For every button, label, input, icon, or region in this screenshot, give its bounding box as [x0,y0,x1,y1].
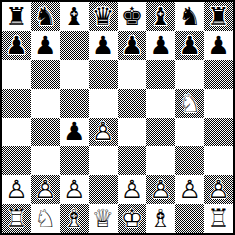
piece-black-rook: ♜ [5,4,27,29]
piece-glyph: ♚ [121,4,143,29]
square-g1[interactable] [175,204,204,233]
square-c1[interactable]: ♝♗ [60,204,89,233]
piece-glyph: ♔ [121,206,143,231]
square-a1[interactable]: ♜♖ [2,204,31,233]
piece-white-pawn: ♟♙ [207,177,229,202]
square-g7[interactable]: ♟ [175,31,204,60]
piece-glyph: ♖ [5,206,27,231]
square-e2[interactable]: ♟♙ [118,175,147,204]
square-a6[interactable] [2,60,31,89]
piece-black-bishop: ♝ [63,4,85,29]
square-h7[interactable]: ♟ [204,31,233,60]
square-d1[interactable]: ♛♕ [89,204,118,233]
piece-glyph: ♟ [207,33,229,58]
square-e1[interactable]: ♚♔ [118,204,147,233]
piece-white-king: ♚♔ [121,206,143,231]
square-a7[interactable]: ♟ [2,31,31,60]
chess-board: ♜♞♝♛♚♝♞♜♟♟♟♟♟♟♟♞♘♟♟♙♟♙♟♙♟♙♟♙♟♙♟♙♟♙♜♖♞♘♝♗… [2,2,233,233]
piece-white-knight: ♞♘ [178,91,200,116]
piece-glyph: ♟ [121,33,143,58]
square-g4[interactable] [175,118,204,147]
piece-glyph: ♘ [34,206,56,231]
square-e6[interactable] [118,60,147,89]
piece-white-pawn: ♟♙ [150,177,172,202]
piece-black-pawn: ♟ [121,33,143,58]
piece-black-queen: ♛ [92,4,114,29]
piece-white-pawn: ♟♙ [34,177,56,202]
piece-glyph: ♙ [63,177,85,202]
piece-white-knight: ♞♘ [34,206,56,231]
piece-glyph: ♙ [150,177,172,202]
piece-glyph: ♜ [207,4,229,29]
piece-white-rook: ♜♖ [5,206,27,231]
square-e4[interactable] [118,118,147,147]
piece-black-pawn: ♟ [92,33,114,58]
square-g6[interactable] [175,60,204,89]
piece-black-knight: ♞ [178,4,200,29]
square-a3[interactable] [2,146,31,175]
square-c3[interactable] [60,146,89,175]
piece-glyph: ♛ [92,4,114,29]
square-b7[interactable]: ♟ [31,31,60,60]
square-c2[interactable]: ♟♙ [60,175,89,204]
piece-glyph: ♞ [34,4,56,29]
square-d3[interactable] [89,146,118,175]
piece-glyph: ♟ [92,33,114,58]
square-a4[interactable] [2,118,31,147]
square-b4[interactable] [31,118,60,147]
square-g5[interactable]: ♞♘ [175,89,204,118]
chess-board-frame: ♜♞♝♛♚♝♞♜♟♟♟♟♟♟♟♞♘♟♟♙♟♙♟♙♟♙♟♙♟♙♟♙♟♙♜♖♞♘♝♗… [0,0,235,235]
square-d5[interactable] [89,89,118,118]
square-h3[interactable] [204,146,233,175]
square-h8[interactable]: ♜ [204,2,233,31]
piece-white-queen: ♛♕ [92,206,114,231]
square-h5[interactable] [204,89,233,118]
square-h2[interactable]: ♟♙ [204,175,233,204]
piece-glyph: ♞ [178,4,200,29]
piece-white-pawn: ♟♙ [178,177,200,202]
piece-glyph: ♙ [92,119,114,144]
piece-glyph: ♝ [150,4,172,29]
piece-white-pawn: ♟♙ [5,177,27,202]
square-c6[interactable] [60,60,89,89]
piece-black-pawn: ♟ [178,33,200,58]
piece-white-pawn: ♟♙ [121,177,143,202]
square-a8[interactable]: ♜ [2,2,31,31]
square-d4[interactable]: ♟♙ [89,118,118,147]
square-f8[interactable]: ♝ [146,2,175,31]
piece-glyph: ♟ [63,119,85,144]
piece-white-rook: ♜♖ [207,206,229,231]
piece-black-pawn: ♟ [150,33,172,58]
piece-black-bishop: ♝ [150,4,172,29]
piece-glyph: ♟ [34,33,56,58]
piece-glyph: ♗ [150,206,172,231]
square-f1[interactable]: ♝♗ [146,204,175,233]
piece-black-pawn: ♟ [34,33,56,58]
square-c8[interactable]: ♝ [60,2,89,31]
square-g2[interactable]: ♟♙ [175,175,204,204]
piece-glyph: ♘ [178,91,200,116]
piece-glyph: ♕ [92,206,114,231]
square-e7[interactable]: ♟ [118,31,147,60]
square-f3[interactable] [146,146,175,175]
piece-glyph: ♙ [207,177,229,202]
square-f4[interactable] [146,118,175,147]
square-a2[interactable]: ♟♙ [2,175,31,204]
square-b1[interactable]: ♞♘ [31,204,60,233]
piece-glyph: ♜ [5,4,27,29]
piece-black-pawn: ♟ [5,33,27,58]
piece-black-rook: ♜ [207,4,229,29]
square-e8[interactable]: ♚ [118,2,147,31]
piece-glyph: ♟ [5,33,27,58]
piece-white-bishop: ♝♗ [150,206,172,231]
piece-glyph: ♗ [63,206,85,231]
piece-glyph: ♟ [150,33,172,58]
square-b5[interactable] [31,89,60,118]
square-d6[interactable] [89,60,118,89]
piece-glyph: ♟ [178,33,200,58]
square-b3[interactable] [31,146,60,175]
piece-white-bishop: ♝♗ [63,206,85,231]
piece-glyph: ♝ [63,4,85,29]
square-d2[interactable] [89,175,118,204]
square-a5[interactable] [2,89,31,118]
square-d8[interactable]: ♛ [89,2,118,31]
piece-white-pawn: ♟♙ [63,177,85,202]
square-h4[interactable] [204,118,233,147]
piece-black-pawn: ♟ [207,33,229,58]
square-f6[interactable] [146,60,175,89]
square-b6[interactable] [31,60,60,89]
square-c7[interactable] [60,31,89,60]
square-f5[interactable] [146,89,175,118]
piece-black-king: ♚ [121,4,143,29]
piece-white-pawn: ♟♙ [92,119,114,144]
piece-black-knight: ♞ [34,4,56,29]
square-g8[interactable]: ♞ [175,2,204,31]
square-c5[interactable] [60,89,89,118]
piece-glyph: ♙ [34,177,56,202]
square-b2[interactable]: ♟♙ [31,175,60,204]
square-e3[interactable] [118,146,147,175]
square-h6[interactable] [204,60,233,89]
piece-glyph: ♙ [178,177,200,202]
square-g3[interactable] [175,146,204,175]
piece-glyph: ♖ [207,206,229,231]
square-c4[interactable]: ♟ [60,118,89,147]
square-f7[interactable]: ♟ [146,31,175,60]
square-h1[interactable]: ♜♖ [204,204,233,233]
square-e5[interactable] [118,89,147,118]
square-f2[interactable]: ♟♙ [146,175,175,204]
square-d7[interactable]: ♟ [89,31,118,60]
piece-black-pawn: ♟ [63,119,85,144]
piece-glyph: ♙ [121,177,143,202]
square-b8[interactable]: ♞ [31,2,60,31]
piece-glyph: ♙ [5,177,27,202]
